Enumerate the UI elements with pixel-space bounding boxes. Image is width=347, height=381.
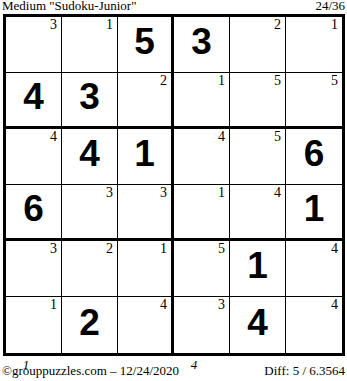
cell-r3c1[interactable]: 4: [6, 129, 62, 185]
header: Medium "Sudoku-Junior" 24/36: [2, 0, 345, 13]
sudoku-grid: 315321432155441456633141321514124344: [3, 14, 345, 356]
cell-r5c6[interactable]: 4: [286, 241, 342, 297]
corner-mark: 3: [50, 241, 57, 257]
big-digit: 1: [304, 190, 325, 227]
corner-mark: 4: [331, 241, 338, 257]
corner-mark: 3: [160, 185, 167, 201]
corner-mark: 4: [331, 297, 338, 313]
corner-mark: 1: [50, 297, 57, 313]
big-digit: 3: [191, 23, 212, 60]
cell-r3c6[interactable]: 6: [286, 129, 342, 185]
cell-r6c4[interactable]: 3: [174, 297, 230, 353]
puzzle-title: Medium "Sudoku-Junior": [2, 0, 136, 13]
cell-r4c4[interactable]: 1: [174, 185, 230, 241]
cell-r5c4[interactable]: 5: [174, 241, 230, 297]
corner-mark: 5: [331, 73, 338, 89]
footer: ©grouppuzzles.com – 12/24/2020 Diff: 5 /…: [2, 364, 345, 378]
cell-r6c3[interactable]: 4: [118, 297, 174, 353]
corner-mark: 4: [160, 297, 167, 313]
cell-r4c1[interactable]: 6: [6, 185, 62, 241]
corner-mark: 2: [160, 73, 167, 89]
corner-mark: 1: [331, 17, 338, 33]
corner-mark: 4: [218, 129, 225, 145]
cell-r4c6[interactable]: 1: [286, 185, 342, 241]
cell-r4c5[interactable]: 4: [230, 185, 286, 241]
corner-mark: 1: [160, 241, 167, 257]
cell-r5c5[interactable]: 1: [230, 241, 286, 297]
big-digit: 2: [79, 304, 100, 341]
cell-r6c2[interactable]: 2: [62, 297, 118, 353]
cell-r3c4[interactable]: 4: [174, 129, 230, 185]
board-area: 315321432155441456633141321514124344 135…: [3, 14, 345, 356]
cell-r3c2[interactable]: 4: [62, 129, 118, 185]
corner-mark: 5: [218, 241, 225, 257]
big-digit: 5: [134, 23, 155, 60]
cell-r1c2[interactable]: 1: [62, 17, 118, 73]
corner-mark: 1: [106, 17, 113, 33]
big-digit: 4: [247, 304, 268, 341]
corner-mark: 4: [274, 185, 281, 201]
cell-r1c3[interactable]: 5: [118, 17, 174, 73]
copyright-text: ©grouppuzzles.com – 12/24/2020: [2, 364, 179, 378]
cell-r2c4[interactable]: 1: [174, 73, 230, 129]
big-digit: 1: [134, 135, 155, 172]
cell-r4c2[interactable]: 3: [62, 185, 118, 241]
cell-r3c3[interactable]: 1: [118, 129, 174, 185]
big-digit: 3: [79, 78, 100, 115]
cell-r6c1[interactable]: 1: [6, 297, 62, 353]
big-digit: 4: [79, 135, 100, 172]
cell-r5c2[interactable]: 2: [62, 241, 118, 297]
big-digit: 6: [304, 135, 325, 172]
big-digit: 6: [23, 190, 44, 227]
cell-r1c4[interactable]: 3: [174, 17, 230, 73]
corner-mark: 3: [50, 17, 57, 33]
cell-r3c5[interactable]: 5: [230, 129, 286, 185]
cell-r2c6[interactable]: 5: [286, 73, 342, 129]
cell-r2c3[interactable]: 2: [118, 73, 174, 129]
cell-r2c1[interactable]: 4: [6, 73, 62, 129]
corner-mark: 5: [274, 73, 281, 89]
corner-mark: 2: [274, 17, 281, 33]
corner-mark: 3: [106, 185, 113, 201]
cell-r6c6[interactable]: 4: [286, 297, 342, 353]
corner-mark: 2: [106, 241, 113, 257]
cell-r1c6[interactable]: 1: [286, 17, 342, 73]
corner-mark: 4: [50, 129, 57, 145]
cell-r2c2[interactable]: 3: [62, 73, 118, 129]
corner-mark: 1: [218, 73, 225, 89]
big-digit: 1: [247, 247, 268, 284]
cell-r4c3[interactable]: 3: [118, 185, 174, 241]
cell-r5c3[interactable]: 1: [118, 241, 174, 297]
difficulty-text: Diff: 5 / 6.3564: [264, 364, 345, 378]
corner-mark: 1: [218, 185, 225, 201]
corner-mark: 3: [218, 297, 225, 313]
clue-counter: 24/36: [315, 0, 345, 13]
cell-r6c5[interactable]: 4: [230, 297, 286, 353]
corner-mark: 5: [274, 129, 281, 145]
big-digit: 4: [23, 78, 44, 115]
cell-r5c1[interactable]: 3: [6, 241, 62, 297]
cell-r1c1[interactable]: 3: [6, 17, 62, 73]
cell-r1c5[interactable]: 2: [230, 17, 286, 73]
cell-r2c5[interactable]: 5: [230, 73, 286, 129]
